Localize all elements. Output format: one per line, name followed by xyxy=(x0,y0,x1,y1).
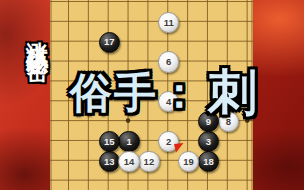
stone-number: 2 xyxy=(166,137,171,147)
caption-emphasis-text: 刺 xyxy=(208,60,257,126)
stone-black-15[interactable]: 15 xyxy=(99,131,120,152)
stone-number: 19 xyxy=(183,157,194,167)
stone-black-13[interactable]: 13 xyxy=(99,151,120,172)
stone-black-3[interactable]: 3 xyxy=(198,131,219,152)
stone-number: 1 xyxy=(126,137,131,147)
stone-white-12[interactable]: 12 xyxy=(138,151,159,172)
stone-white-14[interactable]: 14 xyxy=(118,151,139,172)
stone-number: 18 xyxy=(203,157,214,167)
caption-text: 俗手： xyxy=(70,65,202,121)
sidebar-title: 涨棋小秘密 xyxy=(26,24,48,44)
stone-black-18[interactable]: 18 xyxy=(198,151,219,172)
stone-black-17[interactable]: 17 xyxy=(99,32,120,53)
stone-number: 13 xyxy=(104,157,115,167)
caption-overlay: 俗手： 刺 xyxy=(70,60,257,126)
stone-number: 11 xyxy=(164,18,174,28)
stone-number: 12 xyxy=(144,157,155,167)
stone-number: 3 xyxy=(206,137,211,147)
stone-number: 14 xyxy=(124,157,135,167)
thumbnail-stage: 涨棋小秘密 1234689101112131415171819 俗手： 刺 xyxy=(0,0,304,190)
stone-black-1[interactable]: 1 xyxy=(118,131,139,152)
stone-number: 17 xyxy=(104,37,115,47)
red-triangle-icon xyxy=(174,143,184,153)
stone-white-19[interactable]: 19 xyxy=(178,151,199,172)
stone-number: 15 xyxy=(104,137,115,147)
